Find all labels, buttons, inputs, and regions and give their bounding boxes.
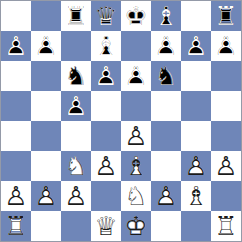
square-h4[interactable] bbox=[211, 121, 241, 151]
square-c7[interactable] bbox=[61, 31, 91, 61]
square-f8[interactable]: ♝♗ bbox=[151, 1, 181, 31]
piece-black-rook: ♜♖ bbox=[211, 1, 241, 31]
square-d2[interactable] bbox=[91, 181, 121, 211]
square-b2[interactable]: ♟♙ bbox=[31, 181, 61, 211]
square-h7[interactable]: ♟♙ bbox=[211, 31, 241, 61]
piece-black-knight: ♞♘ bbox=[61, 61, 91, 91]
piece-black-pawn: ♟♙ bbox=[121, 61, 151, 91]
square-a8[interactable] bbox=[1, 1, 31, 31]
piece-black-knight: ♞♘ bbox=[151, 61, 181, 91]
piece-white-rook: ♜♖ bbox=[211, 211, 241, 241]
square-e1[interactable]: ♚♔ bbox=[121, 211, 151, 241]
square-h3[interactable]: ♟♙ bbox=[211, 151, 241, 181]
square-h5[interactable] bbox=[211, 91, 241, 121]
square-h8[interactable]: ♜♖ bbox=[211, 1, 241, 31]
piece-black-pawn: ♟♙ bbox=[151, 31, 181, 61]
square-e4[interactable]: ♟♙ bbox=[121, 121, 151, 151]
piece-black-king: ♚♔ bbox=[121, 1, 151, 31]
square-a2[interactable]: ♟♙ bbox=[1, 181, 31, 211]
square-g3[interactable]: ♟♙ bbox=[181, 151, 211, 181]
square-d8[interactable]: ♛♕ bbox=[91, 1, 121, 31]
square-b5[interactable] bbox=[31, 91, 61, 121]
square-f4[interactable] bbox=[151, 121, 181, 151]
piece-black-pawn: ♟♙ bbox=[181, 31, 211, 61]
square-g1[interactable] bbox=[181, 211, 211, 241]
square-c4[interactable] bbox=[61, 121, 91, 151]
square-b4[interactable] bbox=[31, 121, 61, 151]
chess-board: ♜♖♛♕♚♔♝♗♜♖♟♙♟♙♝♗♟♙♟♙♟♙♞♘♟♙♟♙♞♘♟♙♟♙♞♘♟♙♝♗… bbox=[0, 0, 242, 242]
piece-black-pawn: ♟♙ bbox=[1, 31, 31, 61]
square-h1[interactable]: ♜♖ bbox=[211, 211, 241, 241]
square-a5[interactable] bbox=[1, 91, 31, 121]
piece-white-pawn: ♟♙ bbox=[121, 121, 151, 151]
square-a7[interactable]: ♟♙ bbox=[1, 31, 31, 61]
square-f5[interactable] bbox=[151, 91, 181, 121]
square-g5[interactable] bbox=[181, 91, 211, 121]
piece-white-pawn: ♟♙ bbox=[31, 181, 61, 211]
square-d1[interactable]: ♛♕ bbox=[91, 211, 121, 241]
square-g6[interactable] bbox=[181, 61, 211, 91]
square-e5[interactable] bbox=[121, 91, 151, 121]
square-g4[interactable] bbox=[181, 121, 211, 151]
square-f2[interactable]: ♟♙ bbox=[151, 181, 181, 211]
square-d5[interactable] bbox=[91, 91, 121, 121]
piece-white-pawn: ♟♙ bbox=[181, 151, 211, 181]
square-b1[interactable] bbox=[31, 211, 61, 241]
square-g7[interactable]: ♟♙ bbox=[181, 31, 211, 61]
square-f6[interactable]: ♞♘ bbox=[151, 61, 181, 91]
square-c2[interactable]: ♟♙ bbox=[61, 181, 91, 211]
piece-black-bishop: ♝♗ bbox=[91, 31, 121, 61]
piece-white-pawn: ♟♙ bbox=[1, 181, 31, 211]
piece-white-queen: ♛♕ bbox=[91, 211, 121, 241]
square-e2[interactable]: ♞♘ bbox=[121, 181, 151, 211]
piece-black-rook: ♜♖ bbox=[61, 1, 91, 31]
square-e7[interactable] bbox=[121, 31, 151, 61]
square-h6[interactable] bbox=[211, 61, 241, 91]
square-c5[interactable]: ♟♙ bbox=[61, 91, 91, 121]
piece-black-pawn: ♟♙ bbox=[61, 91, 91, 121]
square-a1[interactable]: ♜♖ bbox=[1, 211, 31, 241]
square-b7[interactable]: ♟♙ bbox=[31, 31, 61, 61]
square-f1[interactable] bbox=[151, 211, 181, 241]
piece-black-queen: ♛♕ bbox=[91, 1, 121, 31]
square-f3[interactable] bbox=[151, 151, 181, 181]
square-b6[interactable] bbox=[31, 61, 61, 91]
square-e3[interactable]: ♝♗ bbox=[121, 151, 151, 181]
square-d7[interactable]: ♝♗ bbox=[91, 31, 121, 61]
piece-black-pawn: ♟♙ bbox=[211, 31, 241, 61]
piece-white-rook: ♜♖ bbox=[1, 211, 31, 241]
square-e6[interactable]: ♟♙ bbox=[121, 61, 151, 91]
square-g2[interactable]: ♝♗ bbox=[181, 181, 211, 211]
square-d4[interactable] bbox=[91, 121, 121, 151]
square-g8[interactable] bbox=[181, 1, 211, 31]
square-a6[interactable] bbox=[1, 61, 31, 91]
piece-white-pawn: ♟♙ bbox=[91, 151, 121, 181]
piece-black-pawn: ♟♙ bbox=[31, 31, 61, 61]
square-a4[interactable] bbox=[1, 121, 31, 151]
square-d3[interactable]: ♟♙ bbox=[91, 151, 121, 181]
square-h2[interactable] bbox=[211, 181, 241, 211]
square-b8[interactable] bbox=[31, 1, 61, 31]
piece-white-king: ♚♔ bbox=[121, 211, 151, 241]
square-e8[interactable]: ♚♔ bbox=[121, 1, 151, 31]
square-c1[interactable] bbox=[61, 211, 91, 241]
square-a3[interactable] bbox=[1, 151, 31, 181]
piece-white-pawn: ♟♙ bbox=[151, 181, 181, 211]
piece-white-pawn: ♟♙ bbox=[61, 181, 91, 211]
piece-white-knight: ♞♘ bbox=[61, 151, 91, 181]
square-c6[interactable]: ♞♘ bbox=[61, 61, 91, 91]
piece-white-knight: ♞♘ bbox=[121, 181, 151, 211]
square-b3[interactable] bbox=[31, 151, 61, 181]
square-c8[interactable]: ♜♖ bbox=[61, 1, 91, 31]
piece-black-pawn: ♟♙ bbox=[91, 61, 121, 91]
square-c3[interactable]: ♞♘ bbox=[61, 151, 91, 181]
piece-white-bishop: ♝♗ bbox=[181, 181, 211, 211]
piece-white-pawn: ♟♙ bbox=[211, 151, 241, 181]
piece-white-bishop: ♝♗ bbox=[121, 151, 151, 181]
square-f7[interactable]: ♟♙ bbox=[151, 31, 181, 61]
piece-black-bishop: ♝♗ bbox=[151, 1, 181, 31]
square-d6[interactable]: ♟♙ bbox=[91, 61, 121, 91]
